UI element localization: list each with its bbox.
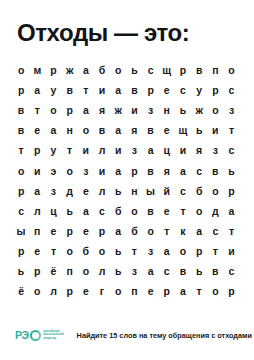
grid-cell-r1c9: с [143, 60, 159, 80]
grid-cell-r11c3: ё [45, 261, 61, 281]
grid-cell-r9c5: е [78, 221, 94, 241]
grid-cell-r10c1: р [13, 241, 29, 261]
grid-cell-r9c8: б [126, 221, 142, 241]
grid-cell-r9c11: к [175, 221, 191, 241]
grid-cell-r4c12: ь [191, 120, 207, 140]
grid-cell-r4c8: я [126, 120, 142, 140]
grid-cell-r5c7: и [110, 141, 126, 161]
grid-cell-r12c12: т [191, 282, 207, 302]
grid-cell-r2c11: с [175, 80, 191, 100]
grid-cell-r9c9: о [143, 221, 159, 241]
grid-cell-r8c12: о [191, 201, 207, 221]
grid-cell-r2c2: а [29, 80, 45, 100]
grid-cell-r1c2: м [29, 60, 45, 80]
grid-cell-r1c7: о [110, 60, 126, 80]
grid-cell-r10c4: о [62, 241, 78, 261]
grid-cell-r2c6: и [94, 80, 110, 100]
grid-cell-r4c14: т [223, 120, 239, 140]
grid-cell-r12c9: е [143, 282, 159, 302]
grid-cell-r1c13: п [207, 60, 223, 80]
grid-cell-r10c5: б [78, 241, 94, 261]
grid-cell-r10c8: т [126, 241, 142, 261]
grid-cell-r6c3: э [45, 161, 61, 181]
grid-cell-r12c11: а [175, 282, 191, 302]
grid-cell-r5c12: я [191, 141, 207, 161]
grid-cell-r8c2: л [29, 201, 45, 221]
grid-cell-r10c12: р [191, 241, 207, 261]
grid-cell-r3c11: ь [175, 100, 191, 120]
grid-cell-r2c3: у [45, 80, 61, 100]
grid-cell-r5c5: и [78, 141, 94, 161]
grid-cell-r4c13: и [207, 120, 223, 140]
grid-cell-r12c14: р [223, 282, 239, 302]
grid-cell-r6c8: р [126, 161, 142, 181]
grid-cell-r2c5: т [78, 80, 94, 100]
grid-cell-r11c1: ь [13, 261, 29, 281]
grid-cell-r5c4: т [62, 141, 78, 161]
grid-cell-r12c13: о [207, 282, 223, 302]
grid-cell-r1c10: щ [159, 60, 175, 80]
grid-cell-r10c3: т [45, 241, 61, 261]
grid-cell-r7c2: а [29, 181, 45, 201]
grid-cell-r3c8: и [126, 100, 142, 120]
grid-cell-r8c7: б [110, 201, 126, 221]
reo-logo-text: РЭ [15, 330, 29, 341]
grid-cell-r6c14: ь [223, 161, 239, 181]
grid-cell-r2c12: у [191, 80, 207, 100]
grid-cell-r7c12: б [191, 181, 207, 201]
page-title: Отходы — это: [17, 19, 189, 47]
grid-cell-r6c10: я [159, 161, 175, 181]
grid-cell-r6c2: и [29, 161, 45, 181]
grid-cell-r8c4: ь [62, 201, 78, 221]
grid-cell-r6c11: а [175, 161, 191, 181]
poster-page: Отходы — это: омржабоьсщрвпораувтиавресу… [0, 0, 254, 360]
grid-cell-r9c3: е [45, 221, 61, 241]
grid-cell-r6c6: и [94, 161, 110, 181]
grid-cell-r7c7: ь [110, 181, 126, 201]
grid-cell-r11c11: в [175, 261, 191, 281]
grid-cell-r5c3: у [45, 141, 61, 161]
grid-cell-r10c2: е [29, 241, 45, 261]
grid-cell-r11c2: р [29, 261, 45, 281]
grid-cell-r11c4: п [62, 261, 78, 281]
grid-cell-r4c5: о [78, 120, 94, 140]
grid-cell-r9c1: ы [13, 221, 29, 241]
grid-cell-r11c7: ь [110, 261, 126, 281]
grid-cell-r1c1: о [13, 60, 29, 80]
grid-cell-r5c6: л [94, 141, 110, 161]
grid-cell-r8c3: ц [45, 201, 61, 221]
grid-cell-r6c9: в [143, 161, 159, 181]
grid-cell-r12c7: о [110, 282, 126, 302]
grid-cell-r9c6: р [94, 221, 110, 241]
grid-cell-r8c13: д [207, 201, 223, 221]
grid-cell-r9c13: с [207, 221, 223, 241]
grid-cell-r11c10: с [159, 261, 175, 281]
grid-cell-r6c4: о [62, 161, 78, 181]
grid-cell-r3c4: р [62, 100, 78, 120]
grid-cell-r9c2: п [29, 221, 45, 241]
grid-cell-r6c7: а [110, 161, 126, 181]
grid-cell-r5c9: а [143, 141, 159, 161]
grid-cell-r2c10: е [159, 80, 175, 100]
grid-cell-r2c1: р [13, 80, 29, 100]
grid-cell-r4c7: а [110, 120, 126, 140]
grid-cell-r5c11: и [175, 141, 191, 161]
grid-cell-r2c7: а [110, 80, 126, 100]
grid-cell-r7c5: е [78, 181, 94, 201]
grid-cell-r7c1: р [13, 181, 29, 201]
grid-cell-r3c6: я [94, 100, 110, 120]
grid-cell-r4c3: а [45, 120, 61, 140]
grid-cell-r4c10: е [159, 120, 175, 140]
grid-cell-r10c14: и [223, 241, 239, 261]
grid-cell-r2c14: с [223, 80, 239, 100]
grid-cell-r7c14: р [223, 181, 239, 201]
grid-cell-r11c5: о [78, 261, 94, 281]
grid-cell-r9c12: а [191, 221, 207, 241]
grid-cell-r8c5: а [78, 201, 94, 221]
grid-cell-r1c11: р [175, 60, 191, 80]
grid-cell-r1c5: а [78, 60, 94, 80]
grid-cell-r12c4: р [62, 282, 78, 302]
grid-cell-r3c7: ж [110, 100, 126, 120]
grid-cell-r5c2: р [29, 141, 45, 161]
grid-cell-r11c13: в [207, 261, 223, 281]
grid-cell-r11c6: л [94, 261, 110, 281]
grid-cell-r3c5: а [78, 100, 94, 120]
grid-cell-r4c9: в [143, 120, 159, 140]
grid-cell-r7c11: с [175, 181, 191, 201]
puzzle-instruction: Найдите 15 слов на тему обращения с отхо… [77, 331, 252, 340]
grid-cell-r12c10: р [159, 282, 175, 302]
grid-cell-r7c9: ы [143, 181, 159, 201]
grid-cell-r10c13: т [207, 241, 223, 261]
grid-cell-r12c2: о [29, 282, 45, 302]
grid-cell-r1c8: ь [126, 60, 142, 80]
grid-cell-r9c4: р [62, 221, 78, 241]
grid-cell-r11c9: а [143, 261, 159, 281]
grid-cell-r5c14: с [223, 141, 239, 161]
grid-cell-r8c10: е [159, 201, 175, 221]
grid-cell-r9c10: т [159, 221, 175, 241]
reo-logo: РЭ российский экологический оператор [15, 330, 64, 341]
grid-cell-r1c3: р [45, 60, 61, 80]
grid-cell-r7c4: д [62, 181, 78, 201]
grid-cell-r4c6: в [94, 120, 110, 140]
grid-cell-r3c2: т [29, 100, 45, 120]
grid-cell-r1c12: в [191, 60, 207, 80]
grid-cell-r8c6: с [94, 201, 110, 221]
grid-cell-r11c8: з [126, 261, 142, 281]
grid-cell-r12c5: е [78, 282, 94, 302]
grid-cell-r10c6: о [94, 241, 110, 261]
grid-cell-r8c1: с [13, 201, 29, 221]
grid-cell-r3c14: з [223, 100, 239, 120]
reo-logo-tagline: российский экологический оператор [43, 330, 63, 340]
grid-cell-r10c11: о [175, 241, 191, 261]
grid-cell-r1c14: о [223, 60, 239, 80]
grid-cell-r9c7: а [110, 221, 126, 241]
grid-cell-r4c4: н [62, 120, 78, 140]
grid-cell-r4c11: щ [175, 120, 191, 140]
grid-cell-r5c8: з [126, 141, 142, 161]
grid-cell-r6c1: о [13, 161, 29, 181]
grid-cell-r4c1: в [13, 120, 29, 140]
grid-cell-r9c14: т [223, 221, 239, 241]
grid-cell-r12c3: л [45, 282, 61, 302]
grid-cell-r6c12: с [191, 161, 207, 181]
grid-cell-r11c14: с [223, 261, 239, 281]
grid-cell-r12c6: г [94, 282, 110, 302]
grid-cell-r10c10: а [159, 241, 175, 261]
grid-cell-r6c13: в [207, 161, 223, 181]
word-grid: омржабоьсщрвпораувтиавресурсвтораяжизньж… [13, 60, 240, 302]
grid-cell-r1c4: ж [62, 60, 78, 80]
footer: РЭ российский экологический оператор Най… [15, 322, 248, 348]
grid-cell-r7c3: з [45, 181, 61, 201]
grid-cell-r5c1: т [13, 141, 29, 161]
grid-cell-r7c10: й [159, 181, 175, 201]
grid-cell-r3c10: н [159, 100, 175, 120]
grid-cell-r3c9: з [143, 100, 159, 120]
reo-logo-ring-icon [30, 330, 41, 341]
grid-cell-r6c5: з [78, 161, 94, 181]
grid-cell-r10c7: ь [110, 241, 126, 261]
grid-cell-r10c9: з [143, 241, 159, 261]
grid-cell-r1c6: б [94, 60, 110, 80]
grid-cell-r2c9: р [143, 80, 159, 100]
grid-cell-r12c8: п [126, 282, 142, 302]
grid-cell-r4c2: е [29, 120, 45, 140]
grid-cell-r5c10: ц [159, 141, 175, 161]
grid-cell-r7c8: н [126, 181, 142, 201]
grid-cell-r7c6: л [94, 181, 110, 201]
grid-cell-r3c12: ж [191, 100, 207, 120]
grid-cell-r11c12: ь [191, 261, 207, 281]
grid-cell-r7c13: о [207, 181, 223, 201]
reo-tagline-line-3: оператор [43, 337, 63, 340]
grid-cell-r2c4: в [62, 80, 78, 100]
grid-cell-r5c13: з [207, 141, 223, 161]
grid-cell-r3c1: в [13, 100, 29, 120]
grid-cell-r12c1: ё [13, 282, 29, 302]
grid-cell-r8c11: т [175, 201, 191, 221]
grid-cell-r8c14: а [223, 201, 239, 221]
grid-cell-r2c8: в [126, 80, 142, 100]
grid-cell-r8c8: о [126, 201, 142, 221]
grid-cell-r3c13: о [207, 100, 223, 120]
grid-cell-r2c13: р [207, 80, 223, 100]
grid-cell-r8c9: в [143, 201, 159, 221]
grid-cell-r3c3: о [45, 100, 61, 120]
